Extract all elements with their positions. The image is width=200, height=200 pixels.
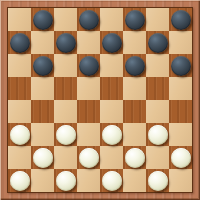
square-r6c5[interactable] [100,123,123,146]
light-piece[interactable] [10,125,30,145]
square-r2c2 [31,31,54,54]
light-piece[interactable] [79,148,99,168]
square-r6c4 [77,123,100,146]
light-piece[interactable] [148,125,168,145]
square-r7c8[interactable] [169,146,192,169]
square-r8c3[interactable] [54,169,77,192]
square-r5c5 [100,100,123,123]
light-piece[interactable] [125,148,145,168]
square-r8c1[interactable] [8,169,31,192]
square-r7c1 [8,146,31,169]
square-r2c3[interactable] [54,31,77,54]
light-piece[interactable] [102,125,122,145]
square-r5c3 [54,100,77,123]
square-r1c2[interactable] [31,8,54,31]
dark-piece[interactable] [171,56,191,76]
square-r4c8 [169,77,192,100]
square-r8c5[interactable] [100,169,123,192]
square-r2c8 [169,31,192,54]
square-r6c2 [31,123,54,146]
light-piece[interactable] [10,171,30,191]
square-r7c6[interactable] [123,146,146,169]
square-r4c7[interactable] [146,77,169,100]
square-r3c7 [146,54,169,77]
light-piece[interactable] [33,148,53,168]
square-r4c2 [31,77,54,100]
square-r4c4 [77,77,100,100]
square-r1c5 [100,8,123,31]
square-r5c1 [8,100,31,123]
square-r2c4 [77,31,100,54]
square-r3c2[interactable] [31,54,54,77]
square-r6c6 [123,123,146,146]
square-r5c4[interactable] [77,100,100,123]
square-r4c5[interactable] [100,77,123,100]
dark-piece[interactable] [125,10,145,30]
square-r2c6 [123,31,146,54]
square-r5c8[interactable] [169,100,192,123]
square-r8c6 [123,169,146,192]
dark-piece[interactable] [79,56,99,76]
square-r1c4[interactable] [77,8,100,31]
board-frame [0,0,200,200]
light-piece[interactable] [56,125,76,145]
square-r7c2[interactable] [31,146,54,169]
square-r8c2 [31,169,54,192]
square-r2c5[interactable] [100,31,123,54]
square-r1c6[interactable] [123,8,146,31]
square-r4c3[interactable] [54,77,77,100]
light-piece[interactable] [171,148,191,168]
square-r7c5 [100,146,123,169]
square-r3c8[interactable] [169,54,192,77]
square-r6c3[interactable] [54,123,77,146]
square-r3c5 [100,54,123,77]
square-r3c6[interactable] [123,54,146,77]
square-r3c4[interactable] [77,54,100,77]
dark-piece[interactable] [171,10,191,30]
square-r8c7[interactable] [146,169,169,192]
square-r5c2[interactable] [31,100,54,123]
square-r2c1[interactable] [8,31,31,54]
light-piece[interactable] [102,171,122,191]
square-r7c7 [146,146,169,169]
dark-piece[interactable] [79,10,99,30]
dark-piece[interactable] [56,33,76,53]
square-r7c4[interactable] [77,146,100,169]
dark-piece[interactable] [148,33,168,53]
light-piece[interactable] [148,171,168,191]
square-r8c4 [77,169,100,192]
square-r1c3 [54,8,77,31]
dark-piece[interactable] [10,33,30,53]
dark-piece[interactable] [102,33,122,53]
board [7,7,193,193]
square-r1c1 [8,8,31,31]
square-r6c8 [169,123,192,146]
square-r4c1[interactable] [8,77,31,100]
square-r3c1 [8,54,31,77]
square-r5c6[interactable] [123,100,146,123]
square-r4c6 [123,77,146,100]
square-r5c7 [146,100,169,123]
square-r3c3 [54,54,77,77]
square-r7c3 [54,146,77,169]
dark-piece[interactable] [125,56,145,76]
dark-piece[interactable] [33,10,53,30]
square-r8c8 [169,169,192,192]
square-r1c7 [146,8,169,31]
square-r6c7[interactable] [146,123,169,146]
light-piece[interactable] [56,171,76,191]
square-r1c8[interactable] [169,8,192,31]
dark-piece[interactable] [33,56,53,76]
square-r6c1[interactable] [8,123,31,146]
square-r2c7[interactable] [146,31,169,54]
